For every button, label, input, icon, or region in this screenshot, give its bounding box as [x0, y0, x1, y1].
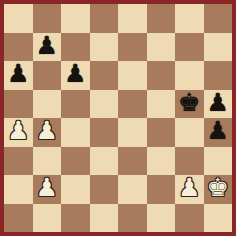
square-a6[interactable]: ♟: [4, 61, 33, 90]
square-c4[interactable]: [61, 118, 90, 147]
square-a5[interactable]: [4, 90, 33, 119]
square-a2[interactable]: [4, 175, 33, 204]
square-e6[interactable]: [118, 61, 147, 90]
square-f7[interactable]: [147, 33, 176, 62]
piece-black-pawn[interactable]: ♟: [36, 33, 58, 61]
square-b6[interactable]: [33, 61, 62, 90]
piece-white-pawn[interactable]: ♟: [7, 118, 29, 146]
square-b2[interactable]: ♟: [33, 175, 62, 204]
square-d2[interactable]: [90, 175, 119, 204]
square-f5[interactable]: [147, 90, 176, 119]
piece-black-pawn[interactable]: ♟: [64, 61, 86, 89]
piece-black-pawn[interactable]: ♟: [207, 118, 229, 146]
square-g5[interactable]: ♚: [175, 90, 204, 119]
square-e8[interactable]: [118, 4, 147, 33]
square-g2[interactable]: ♟: [175, 175, 204, 204]
square-c8[interactable]: [61, 4, 90, 33]
square-d6[interactable]: [90, 61, 119, 90]
square-f2[interactable]: [147, 175, 176, 204]
square-d3[interactable]: [90, 147, 119, 176]
chess-board: ♟♟♟♚♟♟♟♟♟♟♚: [4, 4, 232, 232]
square-g1[interactable]: [175, 204, 204, 233]
square-b5[interactable]: [33, 90, 62, 119]
square-e2[interactable]: [118, 175, 147, 204]
square-a1[interactable]: [4, 204, 33, 233]
piece-white-pawn[interactable]: ♟: [36, 175, 58, 203]
square-a8[interactable]: [4, 4, 33, 33]
piece-white-pawn[interactable]: ♟: [178, 175, 200, 203]
square-h8[interactable]: [204, 4, 233, 33]
piece-black-king[interactable]: ♚: [178, 90, 200, 118]
square-h5[interactable]: ♟: [204, 90, 233, 119]
piece-white-pawn[interactable]: ♟: [36, 118, 58, 146]
square-g4[interactable]: [175, 118, 204, 147]
square-c6[interactable]: ♟: [61, 61, 90, 90]
square-b4[interactable]: ♟: [33, 118, 62, 147]
piece-black-pawn[interactable]: ♟: [7, 61, 29, 89]
square-g7[interactable]: [175, 33, 204, 62]
square-a3[interactable]: [4, 147, 33, 176]
square-d1[interactable]: [90, 204, 119, 233]
square-c1[interactable]: [61, 204, 90, 233]
square-e7[interactable]: [118, 33, 147, 62]
square-e5[interactable]: [118, 90, 147, 119]
square-g8[interactable]: [175, 4, 204, 33]
square-b7[interactable]: ♟: [33, 33, 62, 62]
piece-black-pawn[interactable]: ♟: [207, 90, 229, 118]
square-e4[interactable]: [118, 118, 147, 147]
square-a7[interactable]: [4, 33, 33, 62]
square-c3[interactable]: [61, 147, 90, 176]
square-h1[interactable]: [204, 204, 233, 233]
square-f8[interactable]: [147, 4, 176, 33]
square-d4[interactable]: [90, 118, 119, 147]
square-e1[interactable]: [118, 204, 147, 233]
chess-board-frame: ♟♟♟♚♟♟♟♟♟♟♚: [0, 0, 236, 236]
square-c2[interactable]: [61, 175, 90, 204]
square-g6[interactable]: [175, 61, 204, 90]
square-f3[interactable]: [147, 147, 176, 176]
square-f1[interactable]: [147, 204, 176, 233]
square-b8[interactable]: [33, 4, 62, 33]
square-h4[interactable]: ♟: [204, 118, 233, 147]
square-f4[interactable]: [147, 118, 176, 147]
square-d8[interactable]: [90, 4, 119, 33]
square-h7[interactable]: [204, 33, 233, 62]
square-a4[interactable]: ♟: [4, 118, 33, 147]
square-d5[interactable]: [90, 90, 119, 119]
square-h6[interactable]: [204, 61, 233, 90]
square-f6[interactable]: [147, 61, 176, 90]
square-g3[interactable]: [175, 147, 204, 176]
square-b3[interactable]: [33, 147, 62, 176]
square-b1[interactable]: [33, 204, 62, 233]
square-d7[interactable]: [90, 33, 119, 62]
square-c7[interactable]: [61, 33, 90, 62]
square-h2[interactable]: ♚: [204, 175, 233, 204]
square-e3[interactable]: [118, 147, 147, 176]
square-h3[interactable]: [204, 147, 233, 176]
square-c5[interactable]: [61, 90, 90, 119]
piece-white-king[interactable]: ♚: [207, 175, 229, 203]
